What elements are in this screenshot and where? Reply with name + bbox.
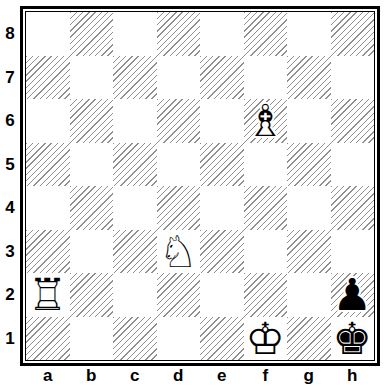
square-c5[interactable] <box>113 143 157 187</box>
rank-label-2: 2 <box>0 273 20 317</box>
square-a6[interactable] <box>26 99 70 143</box>
white-rook[interactable]: ♜♖ <box>26 273 70 317</box>
square-c3[interactable] <box>113 230 157 274</box>
black-king[interactable]: ♚ <box>331 317 375 361</box>
square-e4[interactable] <box>200 186 244 230</box>
square-g6[interactable] <box>287 99 331 143</box>
square-h7[interactable] <box>331 56 375 100</box>
square-g2[interactable] <box>287 273 331 317</box>
black-pawn[interactable]: ♟ <box>331 273 375 317</box>
rank-label-8: 8 <box>0 12 20 56</box>
square-e2[interactable] <box>200 273 244 317</box>
square-c7[interactable] <box>113 56 157 100</box>
square-h8[interactable] <box>331 12 375 56</box>
square-c6[interactable] <box>113 99 157 143</box>
rank-label-6: 6 <box>0 99 20 143</box>
square-a7[interactable] <box>26 56 70 100</box>
square-c1[interactable] <box>113 317 157 361</box>
square-g7[interactable] <box>287 56 331 100</box>
board-inner-border: ♝♗♞♘♜♖♟♚♔♚ <box>25 11 375 361</box>
square-d8[interactable] <box>157 12 201 56</box>
square-a2[interactable]: ♜♖ <box>26 273 70 317</box>
square-c2[interactable] <box>113 273 157 317</box>
square-a5[interactable] <box>26 143 70 187</box>
square-c8[interactable] <box>113 12 157 56</box>
square-e6[interactable] <box>200 99 244 143</box>
square-f6[interactable]: ♝♗ <box>244 99 288 143</box>
rank-label-5: 5 <box>0 143 20 187</box>
square-b7[interactable] <box>70 56 114 100</box>
rank-label-1: 1 <box>0 317 20 361</box>
square-e5[interactable] <box>200 143 244 187</box>
square-h5[interactable] <box>331 143 375 187</box>
chess-board: ♝♗♞♘♜♖♟♚♔♚ <box>26 12 374 360</box>
square-d7[interactable] <box>157 56 201 100</box>
white-knight-glyph: ♘ <box>159 230 198 274</box>
square-f8[interactable] <box>244 12 288 56</box>
file-label-e: e <box>200 365 244 386</box>
square-d1[interactable] <box>157 317 201 361</box>
square-b1[interactable] <box>70 317 114 361</box>
square-h1[interactable]: ♚ <box>331 317 375 361</box>
square-e8[interactable] <box>200 12 244 56</box>
square-e7[interactable] <box>200 56 244 100</box>
square-b5[interactable] <box>70 143 114 187</box>
square-d2[interactable] <box>157 273 201 317</box>
file-label-c: c <box>113 365 157 386</box>
square-a8[interactable] <box>26 12 70 56</box>
square-b3[interactable] <box>70 230 114 274</box>
square-b8[interactable] <box>70 12 114 56</box>
square-c4[interactable] <box>113 186 157 230</box>
square-g1[interactable] <box>287 317 331 361</box>
file-label-f: f <box>244 365 288 386</box>
board-frame: ♝♗♞♘♜♖♟♚♔♚ <box>20 6 380 366</box>
square-d5[interactable] <box>157 143 201 187</box>
square-f4[interactable] <box>244 186 288 230</box>
file-label-h: h <box>331 365 375 386</box>
black-pawn-glyph: ♟ <box>333 273 372 317</box>
square-h2[interactable]: ♟ <box>331 273 375 317</box>
white-king[interactable]: ♚♔ <box>244 317 288 361</box>
square-h4[interactable] <box>331 186 375 230</box>
square-g8[interactable] <box>287 12 331 56</box>
square-g3[interactable] <box>287 230 331 274</box>
square-d3[interactable]: ♞♘ <box>157 230 201 274</box>
rank-label-7: 7 <box>0 56 20 100</box>
chess-diagram: 87654321 ♝♗♞♘♜♖♟♚♔♚ abcdefgh <box>0 0 384 387</box>
square-h6[interactable] <box>331 99 375 143</box>
square-f2[interactable] <box>244 273 288 317</box>
square-a3[interactable] <box>26 230 70 274</box>
square-f5[interactable] <box>244 143 288 187</box>
file-label-b: b <box>70 365 114 386</box>
white-bishop-glyph: ♗ <box>246 99 285 143</box>
square-g4[interactable] <box>287 186 331 230</box>
rank-label-3: 3 <box>0 230 20 274</box>
square-f3[interactable] <box>244 230 288 274</box>
file-label-d: d <box>157 365 201 386</box>
black-king-glyph: ♚ <box>333 317 372 361</box>
file-labels: abcdefgh <box>26 365 374 386</box>
white-king-glyph: ♔ <box>246 317 285 361</box>
square-d4[interactable] <box>157 186 201 230</box>
square-g5[interactable] <box>287 143 331 187</box>
file-label-g: g <box>287 365 331 386</box>
square-a4[interactable] <box>26 186 70 230</box>
square-e1[interactable] <box>200 317 244 361</box>
file-label-a: a <box>26 365 70 386</box>
square-d6[interactable] <box>157 99 201 143</box>
square-b4[interactable] <box>70 186 114 230</box>
square-e3[interactable] <box>200 230 244 274</box>
rank-label-4: 4 <box>0 186 20 230</box>
square-f7[interactable] <box>244 56 288 100</box>
square-h3[interactable] <box>331 230 375 274</box>
white-knight[interactable]: ♞♘ <box>157 230 201 274</box>
white-rook-glyph: ♖ <box>28 273 67 317</box>
rank-labels: 87654321 <box>0 12 20 360</box>
square-b2[interactable] <box>70 273 114 317</box>
white-bishop[interactable]: ♝♗ <box>244 99 288 143</box>
square-a1[interactable] <box>26 317 70 361</box>
square-b6[interactable] <box>70 99 114 143</box>
square-f1[interactable]: ♚♔ <box>244 317 288 361</box>
